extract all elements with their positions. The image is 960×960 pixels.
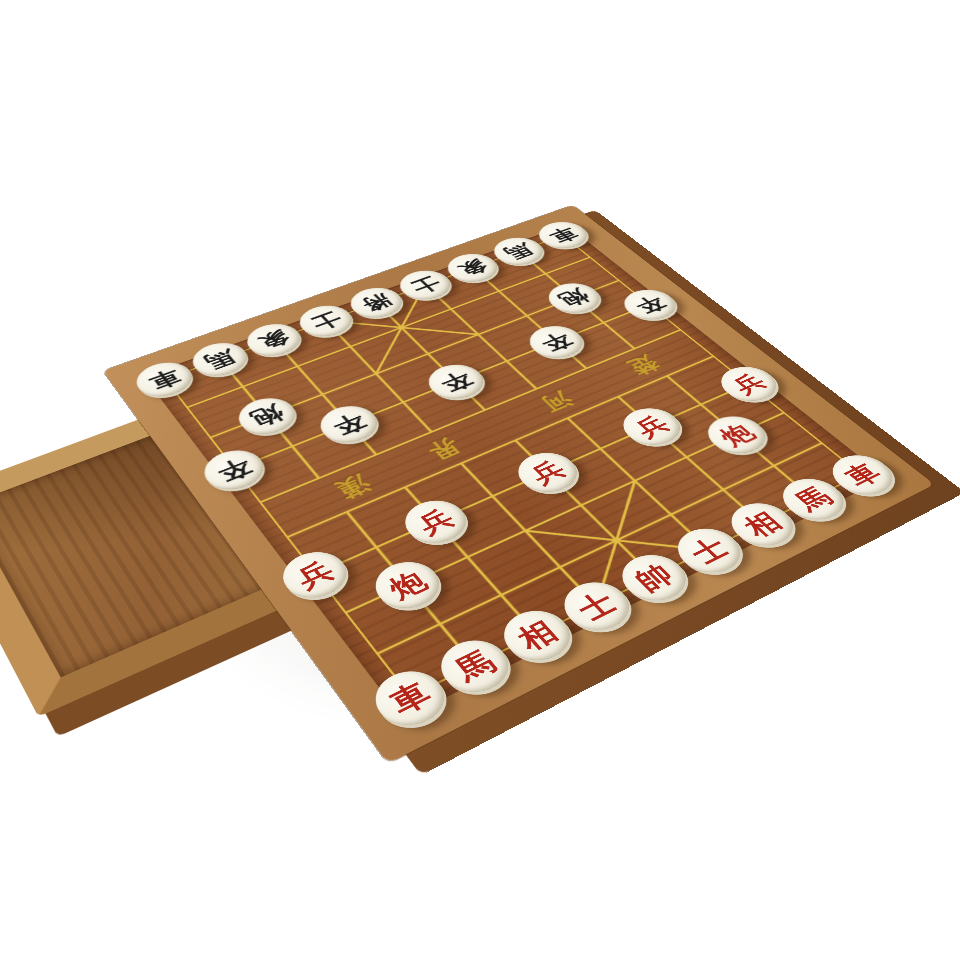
piece-character: 炮	[555, 287, 594, 309]
piece-character: 馬	[449, 646, 500, 685]
piece-character: 卒	[328, 410, 370, 438]
piece-character: 卒	[536, 330, 576, 354]
piece-character: 士	[306, 309, 345, 332]
piece-character: 車	[545, 225, 582, 245]
piece-character: 車	[384, 677, 436, 718]
piece-character: 車	[144, 366, 184, 392]
piece-character: 士	[572, 588, 622, 624]
piece-character: 炮	[383, 567, 431, 602]
piece-character: 炮	[246, 402, 287, 429]
piece-character: 卒	[212, 455, 255, 485]
piece-character: 卒	[630, 293, 669, 316]
piece-character: 將	[357, 291, 395, 313]
piece-character: 馬	[500, 241, 537, 261]
piece-character: 帥	[629, 560, 678, 595]
piece-character: 兵	[630, 413, 674, 441]
piece-character: 象	[254, 328, 293, 352]
piece-character: 象	[454, 257, 491, 278]
piece-character: 馬	[200, 347, 239, 372]
piece-character: 兵	[727, 371, 770, 397]
piece-character: 馬	[790, 483, 837, 514]
piece-character: 炮	[714, 421, 758, 449]
piece-character: 兵	[291, 557, 338, 591]
piece-character: 兵	[413, 505, 459, 537]
piece-character: 士	[685, 534, 733, 567]
piece-character: 卒	[435, 369, 476, 395]
piece-character: 相	[512, 616, 562, 654]
piece-character: 車	[839, 460, 885, 490]
product-photo-stage: 漢界河楚 車馬象士將士象馬車炮炮卒卒卒卒卒兵兵兵兵兵炮炮車馬相士帥士相馬車	[0, 0, 960, 960]
piece-character: 相	[738, 508, 786, 540]
piece-character: 兵	[525, 457, 570, 487]
piece-character: 士	[406, 274, 444, 296]
